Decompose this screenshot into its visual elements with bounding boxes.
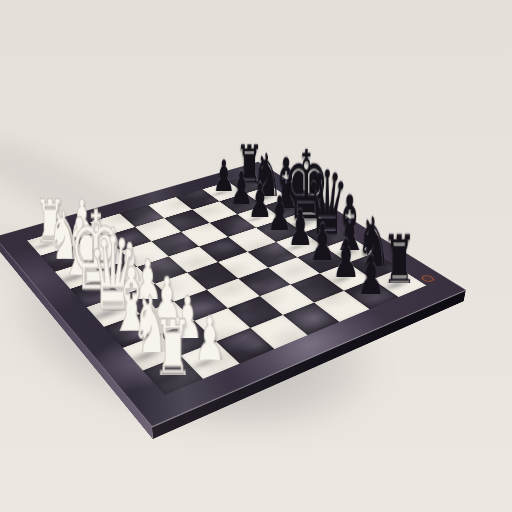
square-a4[interactable] — [250, 315, 307, 349]
square-b6[interactable] — [290, 273, 343, 302]
chess-board: ♜♟♟♜♞♟♟♞♝♟♟♝♚♟♟♚♛♟♟♛♝♟♟♝♞♟♟♞♜♟♟♜ — [0, 162, 466, 427]
black-pawn-a7[interactable]: ♟ — [340, 190, 401, 308]
square-b5[interactable] — [260, 285, 314, 315]
white-rook-a1[interactable]: ♜ — [138, 255, 208, 390]
photo-scene: ♜♟♟♜♞♟♟♞♝♟♟♝♚♟♟♚♛♟♟♛♝♟♟♝♞♟♟♞♜♟♟♜ — [0, 0, 512, 512]
square-a6[interactable] — [314, 291, 370, 322]
board-frame: ♜♟♟♜♞♟♟♞♝♟♟♝♚♟♟♚♛♟♟♛♝♟♟♝♞♟♟♞♜♟♟♜ — [0, 162, 466, 427]
square-a5[interactable] — [283, 303, 339, 336]
square-c5[interactable] — [238, 268, 290, 296]
